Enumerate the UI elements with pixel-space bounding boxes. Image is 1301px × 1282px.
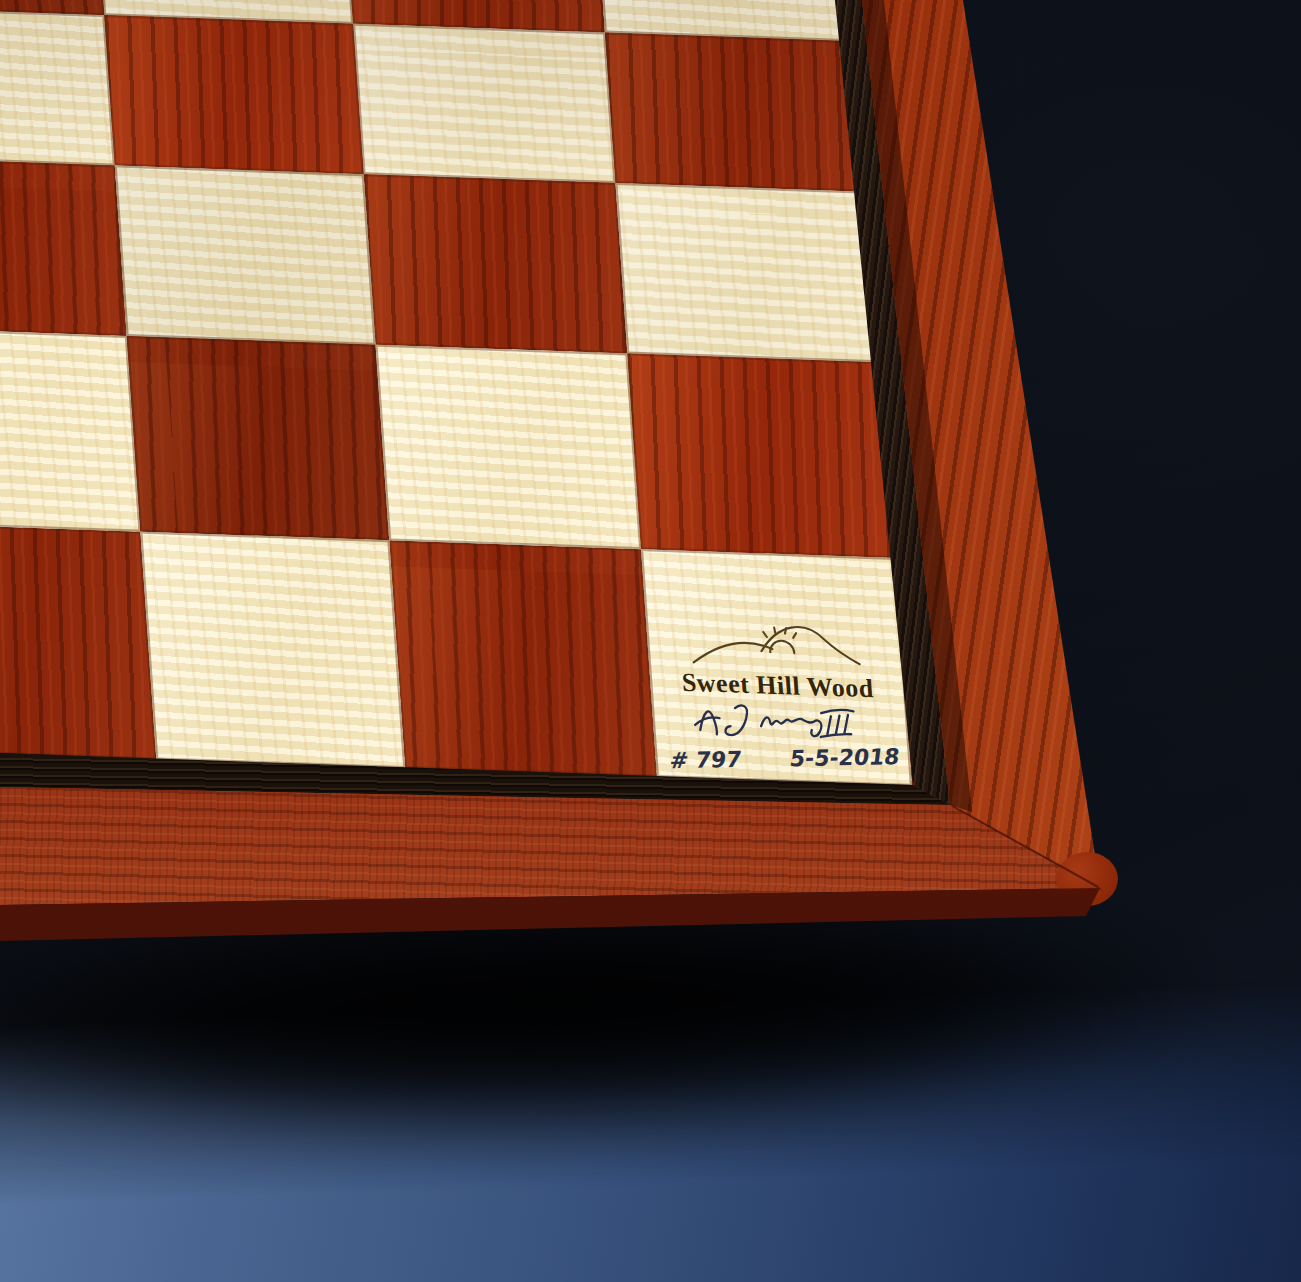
serial-date-row: # 797 5-5-2018 xyxy=(660,744,905,773)
square xyxy=(104,15,363,174)
square xyxy=(0,157,127,336)
square xyxy=(115,166,376,345)
square xyxy=(0,523,156,759)
square xyxy=(376,345,642,549)
square xyxy=(364,174,628,353)
square xyxy=(389,540,657,776)
square xyxy=(0,327,140,531)
chessboard: Sweet Hill Wood # 797 5-5-2018 xyxy=(0,0,976,848)
square xyxy=(353,24,615,183)
square xyxy=(605,33,870,192)
square xyxy=(0,6,115,165)
made-date: 5-5-2018 xyxy=(787,744,900,771)
square xyxy=(127,336,390,540)
photo-stage: Sweet Hill Wood # 797 5-5-2018 xyxy=(0,0,1301,1282)
maker-logo-square: Sweet Hill Wood # 797 5-5-2018 xyxy=(641,549,912,786)
serial-number: # 797 xyxy=(666,747,741,773)
square xyxy=(140,532,405,768)
maker-signature xyxy=(685,699,876,750)
square xyxy=(627,354,896,558)
square xyxy=(615,183,882,362)
